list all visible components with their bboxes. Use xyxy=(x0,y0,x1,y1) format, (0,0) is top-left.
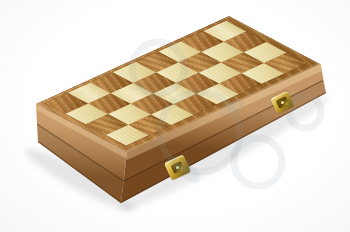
photo-background xyxy=(0,0,350,232)
